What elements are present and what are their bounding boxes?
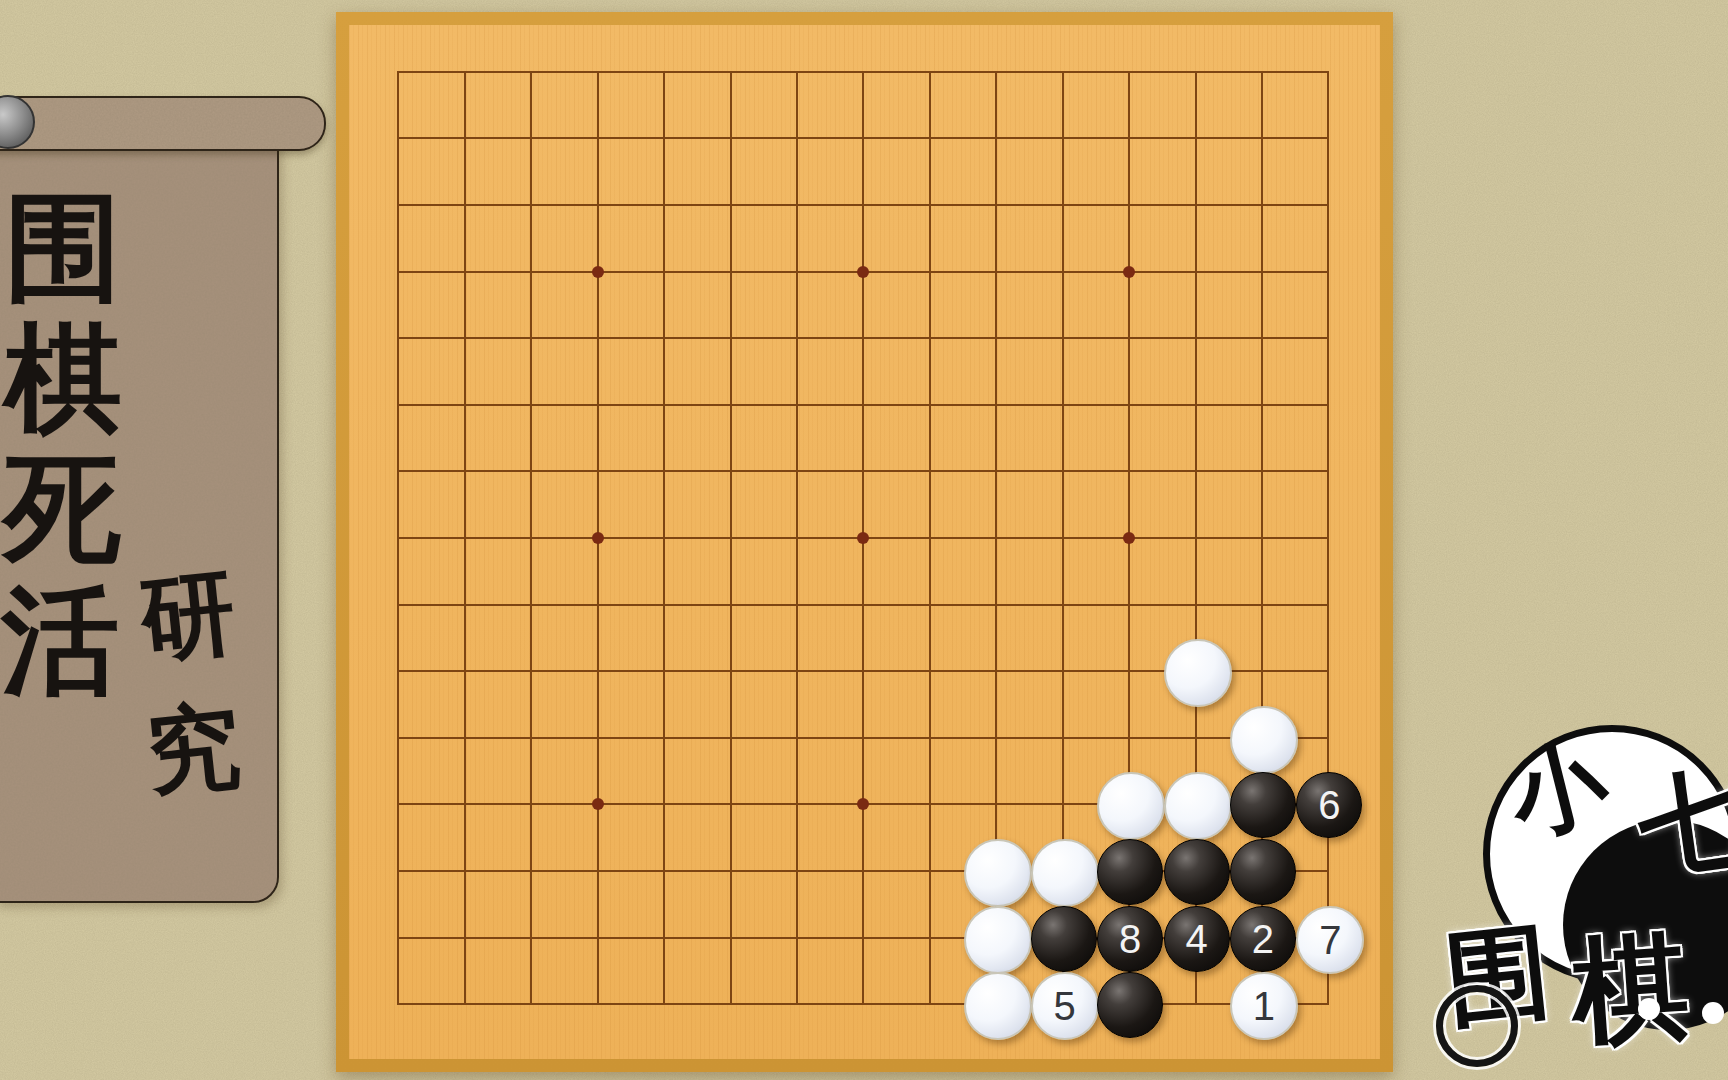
stone-white [1164,772,1232,840]
scroll-char-jiu: 究 [141,696,244,799]
move-number: 1 [1253,986,1275,1026]
grid-line-h [397,604,1329,606]
star-point [857,798,869,810]
stone-black: 6 [1296,772,1362,838]
scroll-char-qi: 棋 [4,319,122,437]
stone-black: 2 [1230,906,1296,972]
page: 6842751 围 棋 死 活 研 究 小 七 围 棋 [0,0,1728,1080]
grid-line-v [929,71,931,1005]
scroll-char-si: 死 [3,449,121,567]
star-point [1123,532,1135,544]
star-point [857,266,869,278]
star-point [592,798,604,810]
logo-dot-icon [1638,998,1660,1020]
star-point [592,532,604,544]
stone-black [1097,839,1163,905]
stone-white [1097,772,1165,840]
stone-black: 8 [1097,906,1163,972]
stone-white: 7 [1296,906,1364,974]
logo-char-qi: 棋 [1568,926,1692,1050]
scroll-char-yan: 研 [136,563,239,666]
stone-white [1230,706,1298,774]
grid-line-h [397,1003,1329,1005]
star-point [857,532,869,544]
stone-black: 4 [1164,906,1230,972]
grid-line-h [397,737,1329,739]
logo-dot-icon [1702,1002,1724,1024]
stone-white [964,906,1032,974]
move-number: 5 [1053,986,1075,1026]
stone-black [1230,839,1296,905]
star-point [1123,266,1135,278]
grid-line-v [1327,71,1329,1005]
board-grid: 6842751 [336,12,1393,1072]
move-number: 7 [1319,920,1341,960]
move-number: 8 [1119,919,1141,959]
stone-black [1097,972,1163,1038]
stone-white: 5 [1031,972,1099,1040]
stone-black [1230,772,1296,838]
stone-black [1031,906,1097,972]
move-number: 6 [1318,785,1340,825]
star-point [592,266,604,278]
move-number: 4 [1185,919,1207,959]
calligraphy-scroll: 围 棋 死 活 研 究 [0,0,340,930]
stone-black [1164,839,1230,905]
scroll-char-wei: 围 [4,188,122,306]
stone-white [1031,839,1099,907]
scroll-rod [0,96,326,151]
rod-texture [0,98,324,149]
stone-white [964,972,1032,1040]
logo-ring-icon [1436,985,1518,1067]
channel-logo: 小 七 围 棋 [1380,640,1728,1080]
move-number: 2 [1252,919,1274,959]
stone-white [1164,639,1232,707]
scroll-char-huo: 活 [1,581,119,699]
go-board: 6842751 [336,12,1393,1072]
stone-white [964,839,1032,907]
logo-char-qi7: 七 [1632,762,1728,882]
stone-white: 1 [1230,972,1298,1040]
